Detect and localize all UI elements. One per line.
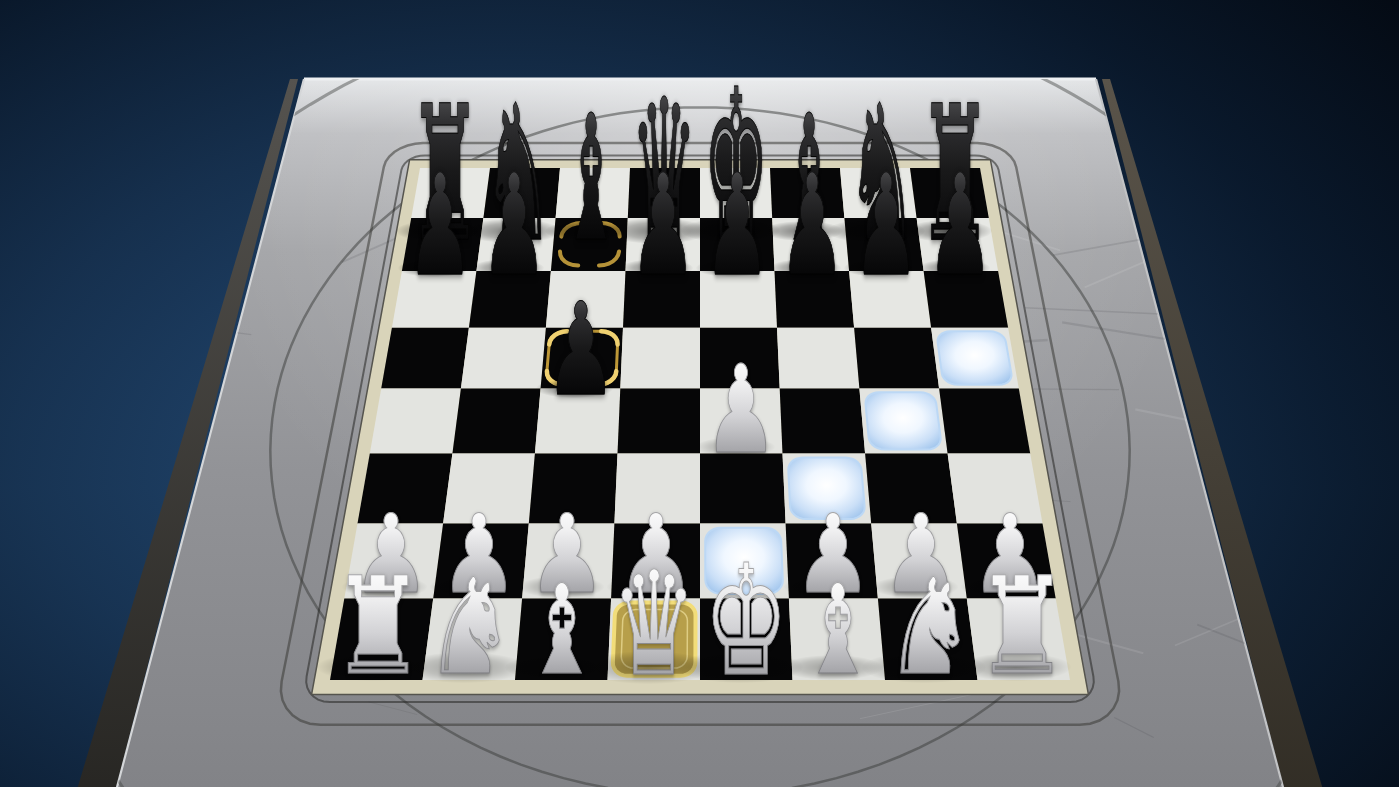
white-knight-glyph: ♞ — [884, 561, 975, 694]
white-rook-glyph: ♜ — [974, 559, 1069, 694]
square-f4[interactable] — [780, 389, 865, 454]
square-f5[interactable] — [777, 328, 859, 389]
game-scene: ♜♞♝♛♚♝♞♜♟♟♟♟♟♟♟♟♟♟♟♟♟♟♟♟♜♞♝♛♚♝♞♜ chess — [0, 0, 1399, 787]
square-d5[interactable] — [620, 328, 700, 389]
black-pawn-glyph: ♟ — [481, 156, 548, 296]
white-bishop-glyph: ♝ — [801, 568, 875, 692]
black-pawn-glyph: ♟ — [704, 156, 771, 296]
square-b4[interactable] — [452, 389, 540, 454]
square-a5[interactable] — [381, 328, 469, 389]
black-pawn-glyph: ♟ — [545, 286, 616, 414]
highlight-legal-h5[interactable] — [938, 331, 1012, 384]
square-h4[interactable] — [939, 389, 1030, 454]
highlight-legal-g4[interactable] — [866, 392, 941, 449]
black-pawn-glyph: ♟ — [406, 156, 473, 296]
square-b5[interactable] — [461, 328, 546, 389]
black-pawn-glyph: ♟ — [853, 156, 920, 296]
white-knight-glyph: ♞ — [424, 561, 515, 694]
square-g5[interactable] — [854, 328, 939, 389]
black-bishop-glyph: ♝ — [562, 92, 621, 266]
white-pawn-glyph: ♟ — [704, 349, 778, 471]
black-pawn-glyph: ♟ — [778, 156, 845, 296]
black-pawn-glyph: ♟ — [927, 156, 994, 296]
white-king-glyph: ♚ — [704, 545, 789, 698]
square-a4[interactable] — [370, 389, 461, 454]
black-pawn-glyph: ♟ — [629, 156, 696, 296]
square-d4[interactable] — [618, 389, 701, 454]
